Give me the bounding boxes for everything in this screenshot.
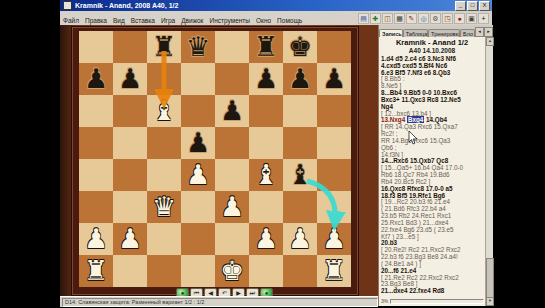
white-pawn-b2[interactable]: ♟ [113,223,147,255]
tab-scroll: ◂ ▸ [475,27,493,37]
window-controls: _□X [455,1,490,11]
move-text[interactable]: 21...dxe4 22.fxe4 Rd8 [381,287,444,294]
white-rook-a1[interactable]: ♜ [79,255,113,287]
square-d1[interactable] [181,255,215,287]
menu-item-движок[interactable]: Движок [178,17,206,24]
progress-groove [390,299,484,304]
square-b5[interactable] [113,127,147,159]
white-pawn-d4[interactable]: ♟ [181,159,215,191]
square-d2[interactable] [181,223,215,255]
square-h8[interactable] [317,31,351,63]
board-area: ♜♛♜♚♟♟♟♟♟♝♟♟♟♝♝♛♟♟♟♟♟♟♜♚♜ ●⏮◀↶▶⏭● [60,25,378,296]
toolbar: ▤✚◫▦✎◎⚙◳●▣+ [358,13,492,24]
close-button[interactable]: X [479,1,490,11]
square-d8[interactable]: ♛ [181,31,215,63]
square-f3[interactable] [249,191,283,223]
square-c5[interactable] [147,127,181,159]
white-pawn-f2[interactable]: ♟ [249,223,283,255]
black-bishop-g4[interactable]: ♝ [283,159,317,191]
square-b3[interactable] [113,191,147,223]
tab-тренировка[interactable]: Тренировка [428,29,460,37]
menu-bar: ФайлПравкаВидВставкаИграДвижокИнструмент… [60,11,492,26]
square-f1[interactable] [249,255,283,287]
square-f2[interactable]: ♟ [249,223,283,255]
scroll-up-icon[interactable]: ▲ [486,37,494,46]
square-e4[interactable] [215,159,249,191]
tab-scroll-left-icon[interactable]: ◂ [475,27,484,37]
square-a3[interactable] [79,191,113,223]
black-rook-f8[interactable]: ♜ [249,31,283,63]
square-a7[interactable]: ♟ [79,63,113,95]
notation-scrollbar[interactable]: ▲ ▼ [485,37,493,306]
square-c7[interactable] [147,63,181,95]
move-text[interactable]: Bxc3+ 11.Qxc3 Rc8 12.Ne5 [381,96,461,103]
window-title: Kramnik - Anand, 2008 A40, 1/2 [75,2,455,9]
white-bishop-f4[interactable]: ♝ [249,159,283,191]
square-g8[interactable]: ♚ [283,31,317,63]
black-queen-d8[interactable]: ♛ [181,31,215,63]
square-g4[interactable]: ♝ [283,159,317,191]
menu-item-вставка[interactable]: Вставка [128,17,158,24]
square-g5[interactable] [283,127,317,159]
square-g6[interactable] [283,95,317,127]
square-e1[interactable]: ♚ [215,255,249,287]
square-e5[interactable] [215,127,249,159]
black-pawn-h7[interactable]: ♟ [317,63,351,95]
tab-бло[interactable]: Бло [460,29,475,37]
square-c2[interactable] [147,223,181,255]
square-b2[interactable]: ♟ [113,223,147,255]
opening-name: D14: Славянская защита: Разменный вариан… [62,298,378,307]
square-f5[interactable] [249,127,283,159]
video-frame: Kramnik - Anand, 2008 A40, 1/2 _□X ФайлП… [0,0,545,308]
black-pawn-a7[interactable]: ♟ [79,63,113,95]
menu-item-окно[interactable]: Окно [253,17,274,24]
square-b6[interactable] [113,95,147,127]
menu-item-файл[interactable]: Файл [60,17,82,24]
square-b8[interactable] [113,31,147,63]
chessbase-window: Kramnik - Anand, 2008 A40, 1/2 _□X ФайлП… [60,0,492,306]
square-f4[interactable]: ♝ [249,159,283,191]
maximize-button[interactable]: □ [467,1,478,11]
square-g7[interactable]: ♟ [283,63,317,95]
square-g2[interactable]: ♟ [283,223,317,255]
notation-line: 21...dxe4 22.fxe4 Rd8 [381,288,484,295]
square-f8[interactable]: ♜ [249,31,283,63]
square-a1[interactable]: ♜ [79,255,113,287]
board-icon[interactable]: ◫ [382,13,393,24]
scroll-thumb[interactable] [486,258,494,298]
black-king-g8[interactable]: ♚ [283,31,317,63]
square-f7[interactable]: ♟ [249,63,283,95]
add-icon[interactable]: ✚ [370,13,381,24]
board-frame: ♜♛♜♚♟♟♟♟♟♝♟♟♟♝♝♛♟♟♟♟♟♟♜♚♜ [71,26,359,296]
engine-icon[interactable]: ⚙ [430,13,441,24]
square-h3[interactable] [317,191,351,223]
plus-icon[interactable]: + [478,13,489,24]
square-e6[interactable]: ♟ [215,95,249,127]
panel-tabs: ЗаписьТаблицаТренировкаБло ◂ ▸ [379,25,493,37]
notation-line: Bxc3+ 11.Qxc3 Rc8 12.Ne5 [381,97,484,104]
square-a2[interactable]: ♟ [79,223,113,255]
game-header: Kramnik - Anand 1/2 A40 14.10.2008 [379,38,485,54]
square-e7[interactable] [215,63,249,95]
menu-item-помощь[interactable]: Помощь [274,17,305,24]
square-d3[interactable] [181,191,215,223]
white-rook-h1[interactable]: ♜ [317,255,351,287]
square-c4[interactable] [147,159,181,191]
square-b1[interactable] [113,255,147,287]
flip-icon[interactable]: ◳ [442,13,453,24]
black-pawn-d5[interactable]: ♟ [181,127,215,159]
black-pawn-e6[interactable]: ♟ [215,95,249,127]
notation-panel: ЗаписьТаблицаТренировкаБло ◂ ▸ Kramnik -… [378,25,493,306]
move-list[interactable]: 1.d4 d5 2.c4 c6 3.Nc3 Nf64.cxd5 cxd5 5.B… [381,56,484,295]
players-result: Kramnik - Anand 1/2 [379,38,485,47]
square-c6[interactable]: ♝ [147,95,181,127]
eco-date: A40 14.10.2008 [379,47,485,54]
clip-icon[interactable]: ✎ [406,13,417,24]
square-h6[interactable] [317,95,351,127]
square-h7[interactable]: ♟ [317,63,351,95]
square-a4[interactable] [79,159,113,191]
square-c1[interactable] [147,255,181,287]
square-e2[interactable] [215,223,249,255]
square-a8[interactable] [79,31,113,63]
square-d5[interactable]: ♟ [181,127,215,159]
square-h4[interactable] [317,159,351,191]
menu-item-правка[interactable]: Правка [82,17,110,24]
white-pawn-e3[interactable]: ♟ [215,191,249,223]
grid-icon[interactable]: ▣ [466,13,477,24]
black-pawn-f7[interactable]: ♟ [249,63,283,95]
square-b4[interactable] [113,159,147,191]
tab-запись[interactable]: Запись [379,29,403,37]
save-icon[interactable]: ▦ [394,13,405,24]
square-e3[interactable]: ♟ [215,191,249,223]
white-king-e1[interactable]: ♚ [215,255,249,287]
square-g1[interactable] [283,255,317,287]
status-bar: D14: Славянская защита: Разменный вариан… [60,296,378,307]
square-h2[interactable]: ♟ [317,223,351,255]
menu-item-инструменты[interactable]: Инструменты [206,17,253,24]
white-pawn-h2[interactable]: ♟ [317,223,351,255]
black-pawn-b7[interactable]: ♟ [113,63,147,95]
square-d6[interactable] [181,95,215,127]
menu-item-вид[interactable]: Вид [110,17,128,24]
white-pawn-a2[interactable]: ♟ [79,223,113,255]
menu-item-игра[interactable]: Игра [158,17,178,24]
minimize-button[interactable]: _ [455,1,466,11]
white-bishop-c6[interactable]: ♝ [147,95,181,127]
black-pawn-g7[interactable]: ♟ [283,63,317,95]
progress-label: 3% [381,298,388,304]
black-rook-c8[interactable]: ♜ [147,31,181,63]
scroll-down-icon[interactable]: ▼ [486,297,494,306]
white-queen-c3[interactable]: ♛ [147,191,181,223]
square-a5[interactable] [79,127,113,159]
square-a6[interactable] [79,95,113,127]
square-c3[interactable]: ♛ [147,191,181,223]
chess-board[interactable]: ♜♛♜♚♟♟♟♟♟♝♟♟♟♝♝♛♟♟♟♟♟♟♜♚♜ [79,31,351,287]
search-icon[interactable]: ◎ [418,13,429,24]
square-f6[interactable] [249,95,283,127]
square-g3[interactable] [283,191,317,223]
square-e8[interactable] [215,31,249,63]
white-pawn-g2[interactable]: ♟ [283,223,317,255]
new-icon[interactable]: ▤ [358,13,369,24]
square-h1[interactable]: ♜ [317,255,351,287]
progress-row: 3% [381,297,484,305]
tab-таблица[interactable]: Таблица [403,29,428,37]
square-b7[interactable]: ♟ [113,63,147,95]
square-c8[interactable]: ♜ [147,31,181,63]
square-h5[interactable] [317,127,351,159]
square-d7[interactable] [181,63,215,95]
stop-icon[interactable]: ● [454,13,465,24]
square-d4[interactable]: ♟ [181,159,215,191]
notation-line: RR 14.Bg5 Rxc6 15.Qa3 [381,138,484,145]
tab-scroll-right-icon[interactable]: ▸ [484,27,493,37]
